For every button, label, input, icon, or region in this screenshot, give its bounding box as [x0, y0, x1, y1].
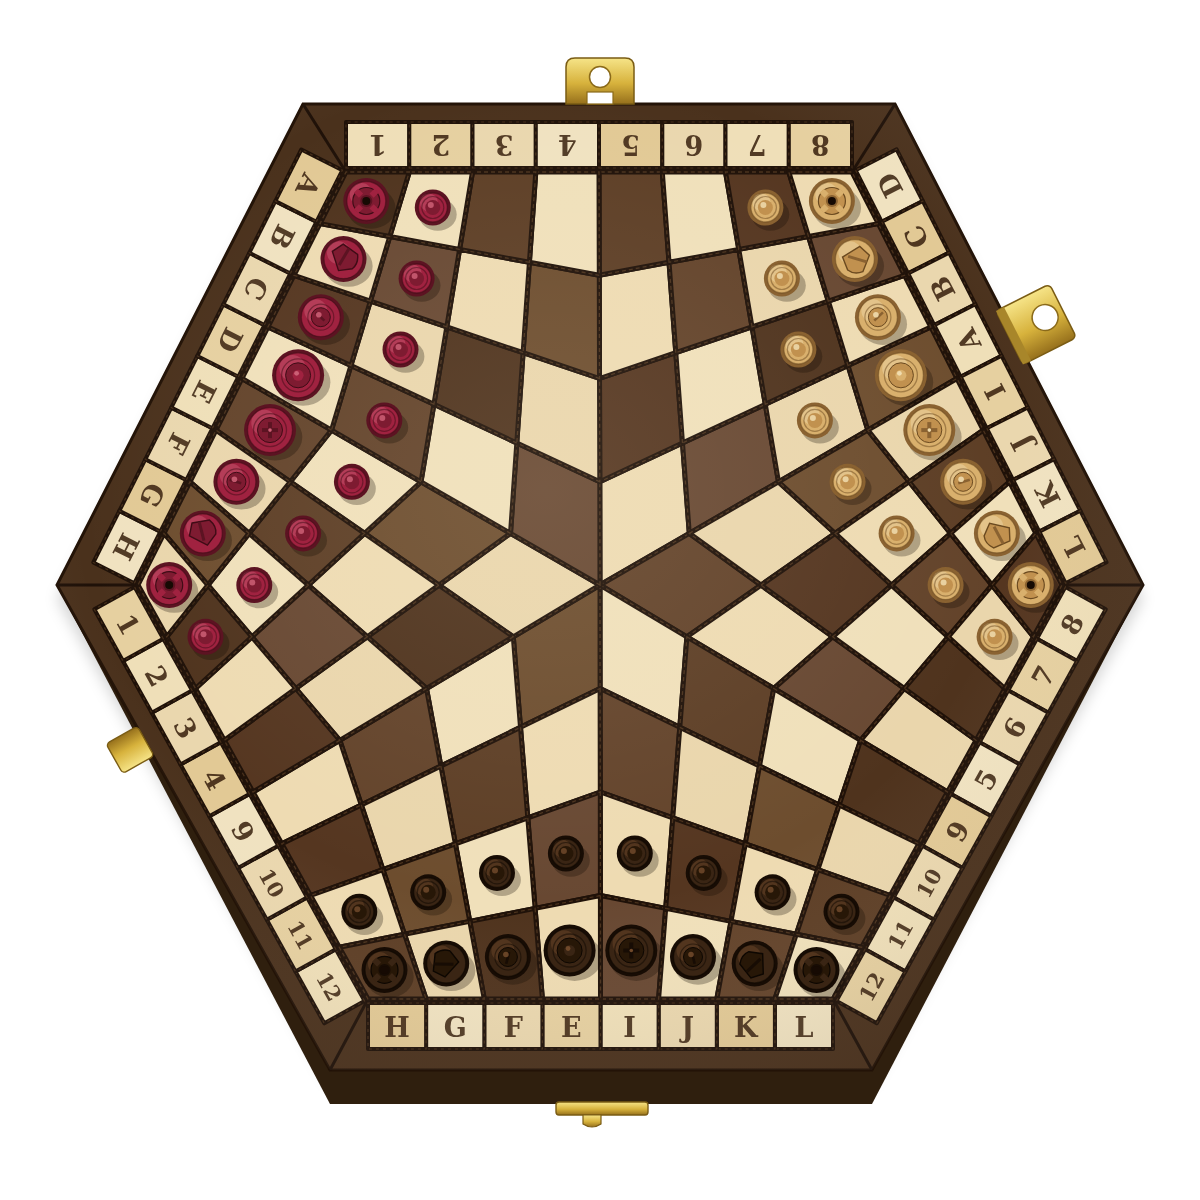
- coordinate-label: 3: [495, 129, 514, 160]
- coordinate-label: G: [444, 1012, 467, 1043]
- coordinate-label: 5: [621, 129, 640, 160]
- coordinate-label: 6: [685, 129, 704, 160]
- product-photo: 12345678DCBAIJKL87659101112LKJIEFGH12111…: [0, 0, 1200, 1200]
- coordinate-label: L: [794, 1012, 813, 1043]
- board-cell[interactable]: [529, 172, 599, 275]
- coordinate-label: 8: [811, 129, 830, 160]
- coordinate-label: I: [623, 1012, 636, 1043]
- coordinate-label: J: [679, 1012, 694, 1043]
- coordinate-label: 4: [558, 129, 577, 160]
- board-cell[interactable]: [599, 172, 669, 275]
- three-player-chess-board: 12345678DCBAIJKL87659101112LKJIEFGH12111…: [0, 0, 1200, 1200]
- coordinate-label: 2: [432, 129, 451, 160]
- coordinate-label: H: [384, 1012, 410, 1043]
- coordinate-label: 1: [368, 129, 387, 160]
- coordinate-label: F: [504, 1012, 523, 1043]
- brass-clasp-bottom: [556, 1102, 648, 1127]
- coordinate-label: E: [561, 1012, 582, 1043]
- coordinate-label: K: [734, 1012, 759, 1043]
- brass-clasp-top: [566, 58, 634, 104]
- coordinate-label: 7: [748, 129, 767, 160]
